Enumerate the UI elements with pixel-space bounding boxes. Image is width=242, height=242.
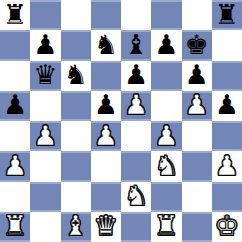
square-g5[interactable]: ♟	[182, 91, 212, 121]
square-e6[interactable]: ♟	[121, 61, 151, 91]
square-f1[interactable]: ♜	[151, 212, 181, 242]
square-c1[interactable]: ♝	[61, 212, 91, 242]
square-h2[interactable]	[212, 182, 242, 212]
square-g4[interactable]	[182, 121, 212, 151]
square-d3[interactable]	[91, 151, 121, 181]
square-a3[interactable]: ♟	[0, 151, 30, 181]
square-a2[interactable]	[0, 182, 30, 212]
black-pawn[interactable]: ♟	[3, 91, 27, 118]
black-queen[interactable]: ♛	[33, 61, 57, 88]
white-knight[interactable]: ♞	[124, 182, 148, 209]
square-e2[interactable]: ♞	[121, 182, 151, 212]
white-pawn[interactable]: ♟	[33, 122, 57, 149]
square-c2[interactable]	[61, 182, 91, 212]
black-pawn[interactable]: ♟	[33, 31, 57, 58]
square-b6[interactable]: ♛	[30, 61, 60, 91]
square-h8[interactable]: ♜	[212, 0, 242, 30]
black-bishop[interactable]: ♝	[124, 31, 148, 58]
black-king[interactable]: ♚	[185, 31, 209, 58]
white-rook[interactable]: ♜	[3, 212, 27, 239]
square-c7[interactable]	[61, 30, 91, 60]
square-g2[interactable]	[182, 182, 212, 212]
square-c3[interactable]	[61, 151, 91, 181]
square-f2[interactable]	[151, 182, 181, 212]
white-queen[interactable]: ♛	[94, 212, 118, 239]
square-a6[interactable]	[0, 61, 30, 91]
square-e7[interactable]: ♝	[121, 30, 151, 60]
square-c4[interactable]	[61, 121, 91, 151]
square-d2[interactable]	[91, 182, 121, 212]
square-e1[interactable]	[121, 212, 151, 242]
square-b3[interactable]	[30, 151, 60, 181]
black-pawn[interactable]: ♟	[124, 61, 148, 88]
square-a8[interactable]: ♜	[0, 0, 30, 30]
square-f8[interactable]	[151, 0, 181, 30]
square-d8[interactable]	[91, 0, 121, 30]
square-c6[interactable]: ♞	[61, 61, 91, 91]
square-h5[interactable]: ♟	[212, 91, 242, 121]
square-e8[interactable]	[121, 0, 151, 30]
black-pawn[interactable]: ♟	[185, 61, 209, 88]
square-f7[interactable]: ♟	[151, 30, 181, 60]
square-f6[interactable]	[151, 61, 181, 91]
square-c5[interactable]	[61, 91, 91, 121]
square-h1[interactable]: ♚	[212, 212, 242, 242]
black-pawn[interactable]: ♟	[94, 91, 118, 118]
square-b1[interactable]	[30, 212, 60, 242]
square-a7[interactable]	[0, 30, 30, 60]
square-e4[interactable]	[121, 121, 151, 151]
square-e5[interactable]: ♟	[121, 91, 151, 121]
square-d7[interactable]: ♞	[91, 30, 121, 60]
square-g6[interactable]: ♟	[182, 61, 212, 91]
square-e3[interactable]	[121, 151, 151, 181]
black-knight[interactable]: ♞	[94, 31, 118, 58]
white-knight[interactable]: ♞	[154, 152, 178, 179]
square-g7[interactable]: ♚	[182, 30, 212, 60]
white-pawn[interactable]: ♟	[3, 152, 27, 179]
black-pawn[interactable]: ♟	[154, 31, 178, 58]
square-a4[interactable]	[0, 121, 30, 151]
square-a5[interactable]: ♟	[0, 91, 30, 121]
square-a1[interactable]: ♜	[0, 212, 30, 242]
square-d1[interactable]: ♛	[91, 212, 121, 242]
square-b5[interactable]	[30, 91, 60, 121]
square-h3[interactable]: ♟	[212, 151, 242, 181]
square-d4[interactable]: ♟	[91, 121, 121, 151]
black-rook[interactable]: ♜	[3, 1, 27, 28]
white-pawn[interactable]: ♟	[185, 91, 209, 118]
white-bishop[interactable]: ♝	[64, 212, 88, 239]
square-d5[interactable]: ♟	[91, 91, 121, 121]
square-b2[interactable]	[30, 182, 60, 212]
white-rook[interactable]: ♜	[154, 212, 178, 239]
square-c8[interactable]	[61, 0, 91, 30]
square-h7[interactable]	[212, 30, 242, 60]
black-pawn[interactable]: ♟	[215, 91, 239, 118]
white-pawn[interactable]: ♟	[94, 122, 118, 149]
white-pawn[interactable]: ♟	[124, 91, 148, 118]
square-b4[interactable]: ♟	[30, 121, 60, 151]
square-g8[interactable]	[182, 0, 212, 30]
white-king[interactable]: ♚	[215, 212, 239, 239]
white-pawn[interactable]: ♟	[215, 152, 239, 179]
black-rook[interactable]: ♜	[215, 1, 239, 28]
square-d6[interactable]	[91, 61, 121, 91]
square-b7[interactable]: ♟	[30, 30, 60, 60]
square-g1[interactable]	[182, 212, 212, 242]
square-g3[interactable]	[182, 151, 212, 181]
square-h6[interactable]	[212, 61, 242, 91]
square-h4[interactable]	[212, 121, 242, 151]
square-f4[interactable]: ♟	[151, 121, 181, 151]
square-f3[interactable]: ♞	[151, 151, 181, 181]
chess-board: ♜♜♟♞♝♟♚♛♞♟♟♟♟♟♟♟♟♟♟♟♞♟♞♜♝♛♜♚	[0, 0, 242, 242]
black-knight[interactable]: ♞	[64, 61, 88, 88]
white-pawn[interactable]: ♟	[154, 122, 178, 149]
square-b8[interactable]	[30, 0, 60, 30]
square-f5[interactable]	[151, 91, 181, 121]
